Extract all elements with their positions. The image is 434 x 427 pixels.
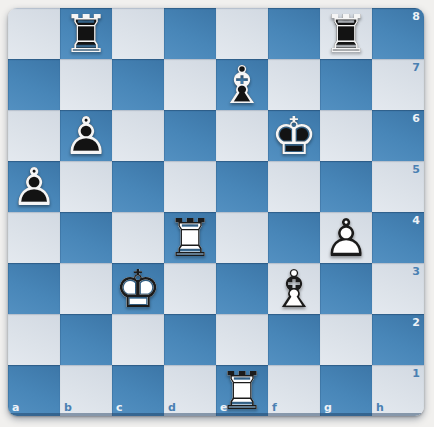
square-c4[interactable] xyxy=(112,212,164,263)
rank-label-7: 7 xyxy=(412,62,420,73)
square-d3[interactable] xyxy=(164,263,216,314)
square-b4[interactable] xyxy=(60,212,112,263)
square-f5[interactable] xyxy=(268,161,320,212)
black-rook-b8[interactable]: ♜♖ xyxy=(60,8,112,59)
square-g6[interactable] xyxy=(320,110,372,161)
white-rook-d4[interactable]: ♜♖ xyxy=(164,212,216,263)
square-a6[interactable] xyxy=(8,110,60,161)
square-d4[interactable]: ♜♖ xyxy=(164,212,216,263)
square-b1[interactable]: b xyxy=(60,365,112,416)
square-g7[interactable] xyxy=(320,59,372,110)
square-a2[interactable] xyxy=(8,314,60,365)
square-a1[interactable]: a xyxy=(8,365,60,416)
square-a4[interactable] xyxy=(8,212,60,263)
square-c3[interactable]: ♚♔ xyxy=(112,263,164,314)
bishop-outline-icon: ♗ xyxy=(219,59,266,111)
square-f3[interactable]: ♝♗ xyxy=(268,263,320,314)
rook-outline-icon: ♖ xyxy=(219,365,266,416)
square-h2[interactable]: 2 xyxy=(372,314,424,365)
rank-label-4: 4 xyxy=(412,215,420,226)
square-e8[interactable] xyxy=(216,8,268,59)
square-h5[interactable]: 5 xyxy=(372,161,424,212)
rank-label-1: 1 xyxy=(412,368,420,379)
square-c7[interactable] xyxy=(112,59,164,110)
pawn-outline-icon: ♙ xyxy=(11,161,58,213)
square-d8[interactable] xyxy=(164,8,216,59)
square-c6[interactable] xyxy=(112,110,164,161)
square-d1[interactable]: d xyxy=(164,365,216,416)
pawn-outline-icon: ♙ xyxy=(63,110,110,162)
king-outline-icon: ♔ xyxy=(115,263,162,315)
file-label-b: b xyxy=(64,402,72,413)
square-f1[interactable]: f xyxy=(268,365,320,416)
square-a8[interactable] xyxy=(8,8,60,59)
square-h6[interactable]: 6 xyxy=(372,110,424,161)
square-f7[interactable] xyxy=(268,59,320,110)
black-king-f6[interactable]: ♚♔ xyxy=(268,110,320,161)
file-label-h: h xyxy=(376,402,384,413)
king-outline-icon: ♔ xyxy=(271,110,318,162)
rank-label-5: 5 xyxy=(412,164,420,175)
square-e6[interactable] xyxy=(216,110,268,161)
square-f8[interactable] xyxy=(268,8,320,59)
square-b3[interactable] xyxy=(60,263,112,314)
white-pawn-g4[interactable]: ♟♙ xyxy=(320,212,372,263)
file-label-g: g xyxy=(324,402,332,413)
square-f4[interactable] xyxy=(268,212,320,263)
white-bishop-f3[interactable]: ♝♗ xyxy=(268,263,320,314)
square-g8[interactable]: ♜♖ xyxy=(320,8,372,59)
file-label-c: c xyxy=(116,402,123,413)
square-g5[interactable] xyxy=(320,161,372,212)
square-d2[interactable] xyxy=(164,314,216,365)
rank-label-2: 2 xyxy=(412,317,420,328)
square-e3[interactable] xyxy=(216,263,268,314)
black-rook-g8[interactable]: ♜♖ xyxy=(320,8,372,59)
square-d7[interactable] xyxy=(164,59,216,110)
square-d6[interactable] xyxy=(164,110,216,161)
square-b2[interactable] xyxy=(60,314,112,365)
white-rook-e1[interactable]: ♜♖ xyxy=(216,365,268,416)
square-e2[interactable] xyxy=(216,314,268,365)
square-b7[interactable] xyxy=(60,59,112,110)
square-b5[interactable] xyxy=(60,161,112,212)
square-h8[interactable]: 8 xyxy=(372,8,424,59)
square-a3[interactable] xyxy=(8,263,60,314)
square-b8[interactable]: ♜♖ xyxy=(60,8,112,59)
rank-label-3: 3 xyxy=(412,266,420,277)
rook-outline-icon: ♖ xyxy=(323,8,370,60)
square-c1[interactable]: c xyxy=(112,365,164,416)
square-g4[interactable]: ♟♙ xyxy=(320,212,372,263)
white-king-c3[interactable]: ♚♔ xyxy=(112,263,164,314)
square-c2[interactable] xyxy=(112,314,164,365)
rook-outline-icon: ♖ xyxy=(167,212,214,264)
square-h7[interactable]: 7 xyxy=(372,59,424,110)
pawn-outline-icon: ♙ xyxy=(323,212,370,264)
black-pawn-a5[interactable]: ♟♙ xyxy=(8,161,60,212)
square-h4[interactable]: 4 xyxy=(372,212,424,263)
rank-label-8: 8 xyxy=(412,11,420,22)
file-label-d: d xyxy=(168,402,176,413)
square-h3[interactable]: 3 xyxy=(372,263,424,314)
square-c5[interactable] xyxy=(112,161,164,212)
rank-label-6: 6 xyxy=(412,113,420,124)
square-a5[interactable]: ♟♙ xyxy=(8,161,60,212)
square-e5[interactable] xyxy=(216,161,268,212)
square-f2[interactable] xyxy=(268,314,320,365)
rook-outline-icon: ♖ xyxy=(63,8,110,60)
square-b6[interactable]: ♟♙ xyxy=(60,110,112,161)
chess-board: ♜♖♜♖8♝♗7♟♙♚♔6♟♙5♜♖♟♙4♚♔♝♗32abcde♜♖fg1h xyxy=(8,8,424,416)
square-h1[interactable]: 1h xyxy=(372,365,424,416)
black-pawn-b6[interactable]: ♟♙ xyxy=(60,110,112,161)
file-label-f: f xyxy=(272,402,277,413)
square-g3[interactable] xyxy=(320,263,372,314)
square-c8[interactable] xyxy=(112,8,164,59)
bishop-outline-icon: ♗ xyxy=(271,263,318,315)
page-background: ♜♖♜♖8♝♗7♟♙♚♔6♟♙5♜♖♟♙4♚♔♝♗32abcde♜♖fg1h xyxy=(0,0,434,427)
square-d5[interactable] xyxy=(164,161,216,212)
square-e7[interactable]: ♝♗ xyxy=(216,59,268,110)
square-f6[interactable]: ♚♔ xyxy=(268,110,320,161)
square-a7[interactable] xyxy=(8,59,60,110)
square-g1[interactable]: g xyxy=(320,365,372,416)
square-e4[interactable] xyxy=(216,212,268,263)
black-bishop-e7[interactable]: ♝♗ xyxy=(216,59,268,110)
square-g2[interactable] xyxy=(320,314,372,365)
file-label-a: a xyxy=(12,402,19,413)
square-e1[interactable]: e♜♖ xyxy=(216,365,268,416)
